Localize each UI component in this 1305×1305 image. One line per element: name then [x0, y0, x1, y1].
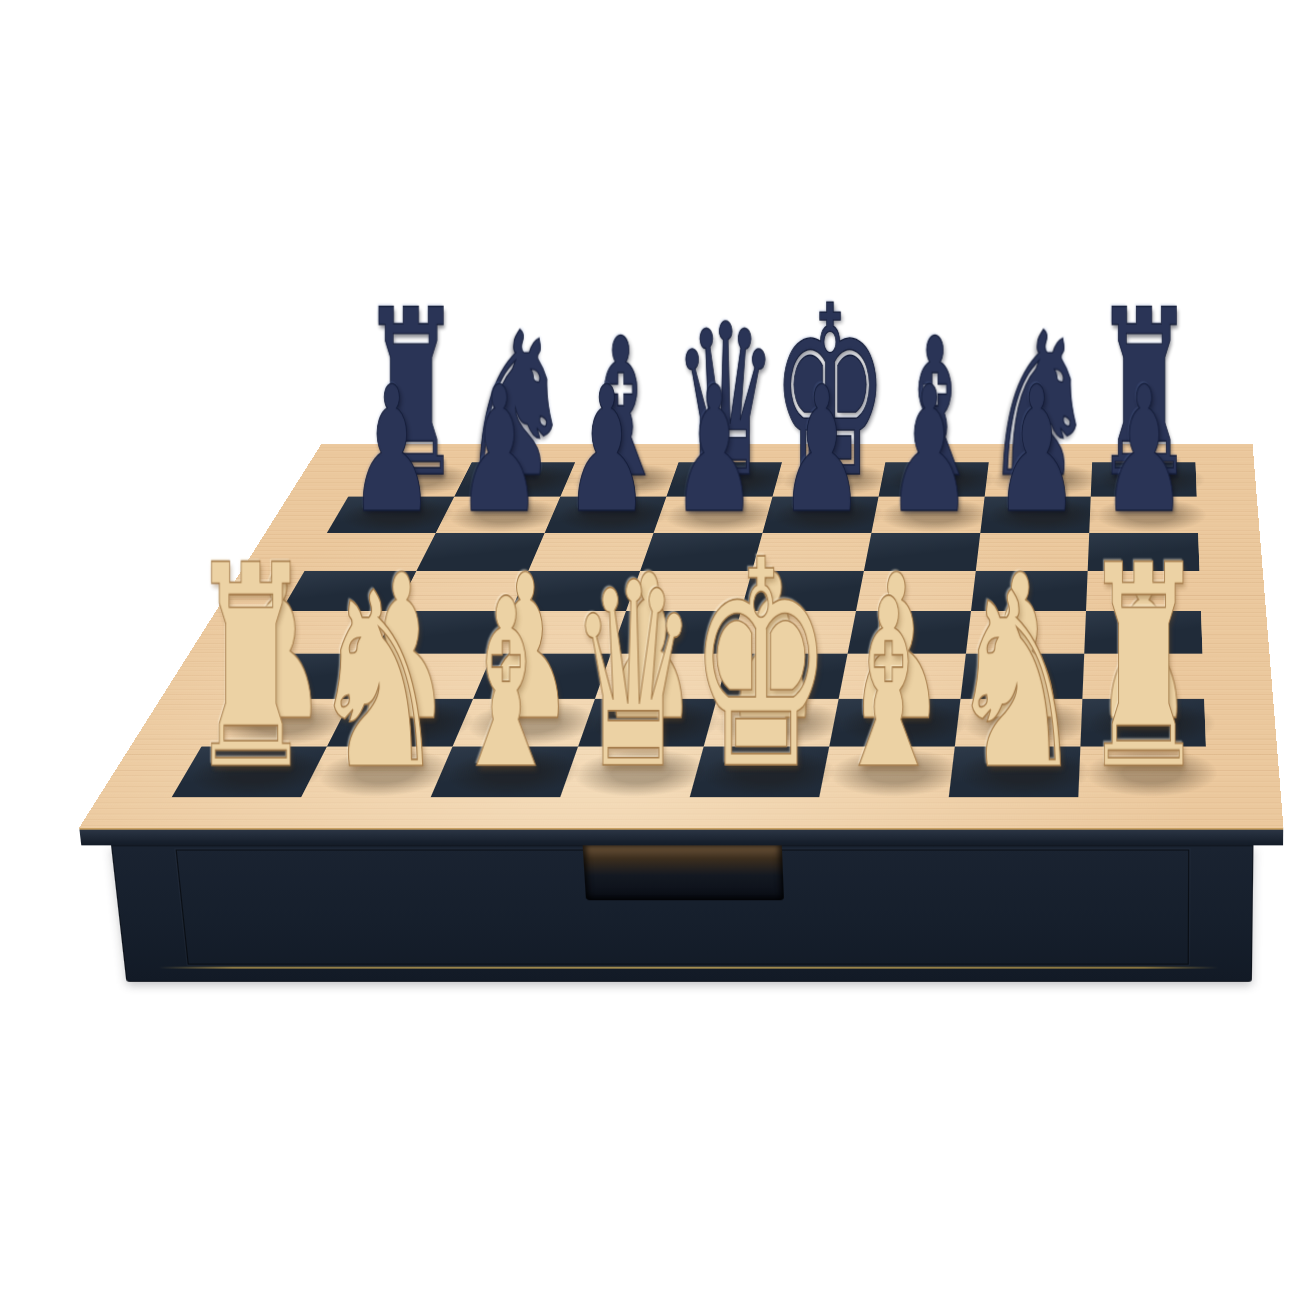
- chess-box: ♜♞♝♛♚♝♞♜♟♟♟♟♟♟♟♟♟♟♟♟♟♟♟♟♜♞♝♛♚♝♞♜: [79, 444, 1283, 828]
- board-top: ♜♞♝♛♚♝♞♜♟♟♟♟♟♟♟♟♟♟♟♟♟♟♟♟♜♞♝♛♚♝♞♜: [79, 444, 1283, 828]
- black-pawn-glyph: ♟: [564, 363, 650, 537]
- white-bishop-glyph: ♝: [449, 569, 562, 802]
- scene: ♜♞♝♛♚♝♞♜♟♟♟♟♟♟♟♟♟♟♟♟♟♟♟♟♜♞♝♛♚♝♞♜: [0, 0, 1305, 1305]
- white-rook-glyph: ♜: [1080, 528, 1205, 807]
- white-bishop-glyph: ♝: [832, 569, 945, 802]
- white-rook-glyph: ♜: [188, 528, 313, 807]
- black-pawn-glyph: ♟: [349, 363, 435, 537]
- product-photo-stage: ♜♞♝♛♚♝♞♜♟♟♟♟♟♟♟♟♟♟♟♟♟♟♟♟♜♞♝♛♚♝♞♜: [0, 0, 1305, 1305]
- black-pawn-glyph: ♟: [886, 363, 972, 537]
- white-knight-glyph: ♞: [309, 561, 448, 803]
- black-pawn-glyph: ♟: [993, 363, 1079, 537]
- box-front: [79, 828, 1283, 982]
- drawer-front: [111, 845, 1253, 982]
- white-knight-glyph: ♞: [946, 561, 1085, 803]
- pieces-layer: ♜♞♝♛♚♝♞♜♟♟♟♟♟♟♟♟♟♟♟♟♟♟♟♟♜♞♝♛♚♝♞♜: [79, 444, 1283, 828]
- drawer-handle-recess: [583, 845, 784, 900]
- white-king-glyph: ♚: [689, 523, 833, 809]
- lid-front-edge: [79, 828, 1283, 846]
- drawer-gold-trim: [159, 967, 1219, 969]
- white-queen-glyph: ♛: [569, 550, 697, 805]
- black-pawn-glyph: ♟: [456, 363, 542, 537]
